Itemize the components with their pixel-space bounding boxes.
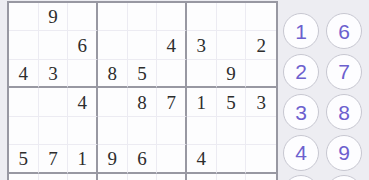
number-button-9[interactable]: 9 <box>326 135 362 171</box>
cell-r7c6[interactable] <box>157 174 187 180</box>
cell-r6c8[interactable] <box>217 145 247 173</box>
cell-r6c2[interactable]: 7 <box>39 145 69 173</box>
number-button-6[interactable]: 6 <box>326 13 362 49</box>
cell-r2c1[interactable] <box>9 31 39 59</box>
cell-r5c6[interactable] <box>157 117 187 145</box>
number-button-partial[interactable] <box>283 175 319 180</box>
cell-r1c5[interactable] <box>128 3 158 31</box>
cell-r6c9[interactable] <box>246 145 276 173</box>
sudoku-app-screen: 9643243859487153571964 16273849 <box>0 0 369 180</box>
number-button-4[interactable]: 4 <box>283 135 319 171</box>
cell-r5c5[interactable] <box>128 117 158 145</box>
cell-r1c7[interactable] <box>187 3 217 31</box>
cell-r2c4[interactable] <box>98 31 128 59</box>
cell-r3c9[interactable] <box>246 60 276 88</box>
cell-r7c1[interactable] <box>9 174 39 180</box>
cell-r3c6[interactable] <box>157 60 187 88</box>
cell-r6c4[interactable]: 9 <box>98 145 128 173</box>
number-button-3[interactable]: 3 <box>283 94 319 130</box>
cell-r3c4[interactable]: 8 <box>98 60 128 88</box>
cell-r1c3[interactable] <box>68 3 98 31</box>
cell-r7c7[interactable] <box>187 174 217 180</box>
cell-r7c8[interactable] <box>217 174 247 180</box>
sudoku-board: 9643243859487153571964 <box>7 1 278 180</box>
cell-r2c5[interactable] <box>128 31 158 59</box>
cell-r1c1[interactable] <box>9 3 39 31</box>
cell-r7c3[interactable] <box>68 174 98 180</box>
cell-r6c6[interactable] <box>157 145 187 173</box>
cell-r4c3[interactable]: 4 <box>68 88 98 116</box>
cell-r5c3[interactable] <box>68 117 98 145</box>
cell-r1c4[interactable] <box>98 3 128 31</box>
cell-r5c1[interactable] <box>9 117 39 145</box>
cell-r1c2[interactable]: 9 <box>39 3 69 31</box>
cell-r3c3[interactable] <box>68 60 98 88</box>
cell-r3c1[interactable]: 4 <box>9 60 39 88</box>
cell-r4c2[interactable] <box>39 88 69 116</box>
cell-r1c6[interactable] <box>157 3 187 31</box>
cell-r4c5[interactable]: 8 <box>128 88 158 116</box>
cell-r5c7[interactable] <box>187 117 217 145</box>
cell-r2c6[interactable]: 4 <box>157 31 187 59</box>
cell-r2c8[interactable] <box>217 31 247 59</box>
cell-r6c5[interactable]: 6 <box>128 145 158 173</box>
cell-r6c1[interactable]: 5 <box>9 145 39 173</box>
number-button-partial[interactable] <box>326 175 362 180</box>
cell-r7c9[interactable] <box>246 174 276 180</box>
cell-r3c2[interactable]: 3 <box>39 60 69 88</box>
cell-r4c7[interactable]: 1 <box>187 88 217 116</box>
cell-r5c9[interactable] <box>246 117 276 145</box>
cell-r5c2[interactable] <box>39 117 69 145</box>
cell-r7c4[interactable] <box>98 174 128 180</box>
cell-r3c5[interactable]: 5 <box>128 60 158 88</box>
cell-r3c7[interactable] <box>187 60 217 88</box>
cell-r4c8[interactable]: 5 <box>217 88 247 116</box>
cell-r6c7[interactable]: 4 <box>187 145 217 173</box>
cell-r5c4[interactable] <box>98 117 128 145</box>
cell-r6c3[interactable]: 1 <box>68 145 98 173</box>
cell-r3c8[interactable]: 9 <box>217 60 247 88</box>
number-button-7[interactable]: 7 <box>326 54 362 90</box>
cell-r7c5[interactable] <box>128 174 158 180</box>
cell-r7c2[interactable] <box>39 174 69 180</box>
cell-r4c1[interactable] <box>9 88 39 116</box>
cell-r4c6[interactable]: 7 <box>157 88 187 116</box>
number-button-1[interactable]: 1 <box>283 13 319 49</box>
cell-r1c9[interactable] <box>246 3 276 31</box>
number-button-2[interactable]: 2 <box>283 54 319 90</box>
cell-r2c9[interactable]: 2 <box>246 31 276 59</box>
cell-r5c8[interactable] <box>217 117 247 145</box>
number-button-8[interactable]: 8 <box>326 94 362 130</box>
cell-r2c2[interactable] <box>39 31 69 59</box>
cell-r4c9[interactable]: 3 <box>246 88 276 116</box>
number-pad: 16273849 <box>283 13 362 180</box>
cell-r2c3[interactable]: 6 <box>68 31 98 59</box>
cell-r1c8[interactable] <box>217 3 247 31</box>
cell-r4c4[interactable] <box>98 88 128 116</box>
cell-r2c7[interactable]: 3 <box>187 31 217 59</box>
